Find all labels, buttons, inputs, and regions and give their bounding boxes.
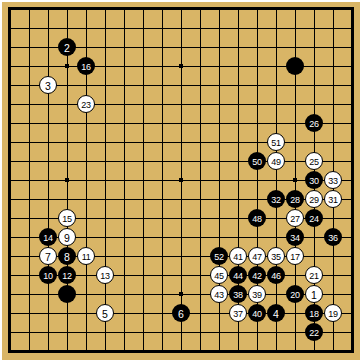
- stone-black-48: 48: [248, 209, 266, 227]
- move-number-label: 16: [81, 62, 90, 71]
- move-number-label: 30: [309, 176, 318, 185]
- move-number-label: 47: [252, 252, 261, 261]
- move-number-label: 14: [43, 233, 52, 242]
- stone-white-7: 7: [39, 247, 57, 265]
- stone-white-35: 35: [267, 247, 285, 265]
- stone-black-42: 42: [248, 266, 266, 284]
- stone-white-31: 31: [324, 190, 342, 208]
- stone-white-29: 29: [305, 190, 323, 208]
- stone-white-3: 3: [39, 76, 57, 94]
- stone-black-52: 52: [210, 247, 228, 265]
- stone-white-1: 1: [305, 285, 323, 303]
- stone-white-5: 5: [96, 304, 114, 322]
- move-number-label: 45: [214, 271, 223, 280]
- move-number-label: 22: [309, 328, 318, 337]
- move-number-label: 48: [252, 214, 261, 223]
- star-point: [65, 178, 69, 182]
- stone-white-45: 45: [210, 266, 228, 284]
- move-number-label: 6: [178, 308, 184, 319]
- stone-white-27: 27: [286, 209, 304, 227]
- stone-white-15: 15: [58, 209, 76, 227]
- move-number-label: 3: [45, 80, 51, 91]
- stone-white-25: 25: [305, 152, 323, 170]
- stone-white-19: 19: [324, 304, 342, 322]
- move-number-label: 49: [271, 157, 280, 166]
- stone-black-28: 28: [286, 190, 304, 208]
- move-number-label: 18: [309, 309, 318, 318]
- move-number-label: 52: [214, 252, 223, 261]
- go-board[interactable]: 1234567891011121314151617181920212223242…: [1, 0, 361, 361]
- stone-white-9: 9: [58, 228, 76, 246]
- move-number-label: 9: [64, 232, 70, 243]
- stone-black-46: 46: [267, 266, 285, 284]
- stone-black-36: 36: [324, 228, 342, 246]
- move-number-label: 46: [271, 271, 280, 280]
- stone-black-22: 22: [305, 323, 323, 341]
- stone-white-47: 47: [248, 247, 266, 265]
- move-number-label: 11: [82, 252, 91, 261]
- star-point: [179, 178, 183, 182]
- stone-white-13: 13: [96, 266, 114, 284]
- move-number-label: 43: [214, 290, 223, 299]
- stone-black-4: 4: [267, 304, 285, 322]
- move-number-label: 38: [233, 290, 242, 299]
- stone-black-setup: [58, 285, 76, 303]
- stone-black-32: 32: [267, 190, 285, 208]
- stone-black-30: 30: [305, 171, 323, 189]
- move-number-label: 17: [290, 252, 299, 261]
- move-number-label: 28: [290, 195, 299, 204]
- stone-black-20: 20: [286, 285, 304, 303]
- move-number-label: 4: [273, 308, 279, 319]
- move-number-label: 31: [328, 195, 337, 204]
- move-number-label: 23: [81, 100, 90, 109]
- move-number-label: 37: [233, 309, 242, 318]
- move-number-label: 7: [45, 251, 51, 262]
- stone-black-34: 34: [286, 228, 304, 246]
- stone-black-26: 26: [305, 114, 323, 132]
- move-number-label: 5: [102, 308, 108, 319]
- move-number-label: 34: [290, 233, 299, 242]
- stone-black-44: 44: [229, 266, 247, 284]
- star-point: [179, 64, 183, 68]
- stone-black-14: 14: [39, 228, 57, 246]
- move-number-label: 44: [233, 271, 242, 280]
- move-number-label: 26: [309, 119, 318, 128]
- go-diagram: 1234567891011121314151617181920212223242…: [0, 0, 361, 361]
- stone-white-49: 49: [267, 152, 285, 170]
- stone-white-11: 11: [77, 247, 95, 265]
- move-number-label: 29: [309, 195, 318, 204]
- stone-black-2: 2: [58, 38, 76, 56]
- stone-black-40: 40: [248, 304, 266, 322]
- stone-white-23: 23: [77, 95, 95, 113]
- stone-white-17: 17: [286, 247, 304, 265]
- move-number-label: 8: [64, 251, 70, 262]
- move-number-label: 21: [309, 271, 318, 280]
- stone-black-18: 18: [305, 304, 323, 322]
- stone-black-12: 12: [58, 266, 76, 284]
- move-number-label: 50: [252, 157, 261, 166]
- stone-black-6: 6: [172, 304, 190, 322]
- move-number-label: 32: [271, 195, 280, 204]
- move-number-label: 25: [309, 157, 318, 166]
- star-point: [293, 178, 297, 182]
- stone-black-setup: [286, 57, 304, 75]
- move-number-label: 39: [252, 290, 261, 299]
- move-number-label: 36: [328, 233, 337, 242]
- move-number-label: 10: [43, 271, 52, 280]
- move-number-label: 27: [290, 214, 299, 223]
- move-number-label: 42: [252, 271, 261, 280]
- stone-white-37: 37: [229, 304, 247, 322]
- move-number-label: 15: [62, 214, 71, 223]
- move-number-label: 13: [100, 271, 109, 280]
- stone-white-51: 51: [267, 133, 285, 151]
- move-number-label: 33: [328, 176, 337, 185]
- move-number-label: 2: [64, 42, 70, 53]
- stone-black-10: 10: [39, 266, 57, 284]
- move-number-label: 35: [271, 252, 280, 261]
- star-point: [179, 292, 183, 296]
- move-number-label: 24: [309, 214, 318, 223]
- stone-white-39: 39: [248, 285, 266, 303]
- move-number-label: 40: [252, 309, 261, 318]
- move-number-label: 1: [311, 289, 317, 300]
- move-number-label: 41: [233, 252, 242, 261]
- stone-white-41: 41: [229, 247, 247, 265]
- stone-white-43: 43: [210, 285, 228, 303]
- move-number-label: 12: [62, 271, 71, 280]
- move-number-label: 20: [290, 290, 299, 299]
- stone-black-16: 16: [77, 57, 95, 75]
- star-point: [65, 64, 69, 68]
- stone-white-21: 21: [305, 266, 323, 284]
- stone-black-24: 24: [305, 209, 323, 227]
- move-number-label: 19: [328, 309, 337, 318]
- stone-black-50: 50: [248, 152, 266, 170]
- stone-black-8: 8: [58, 247, 76, 265]
- move-number-label: 51: [271, 138, 280, 147]
- stone-black-38: 38: [229, 285, 247, 303]
- stone-white-33: 33: [324, 171, 342, 189]
